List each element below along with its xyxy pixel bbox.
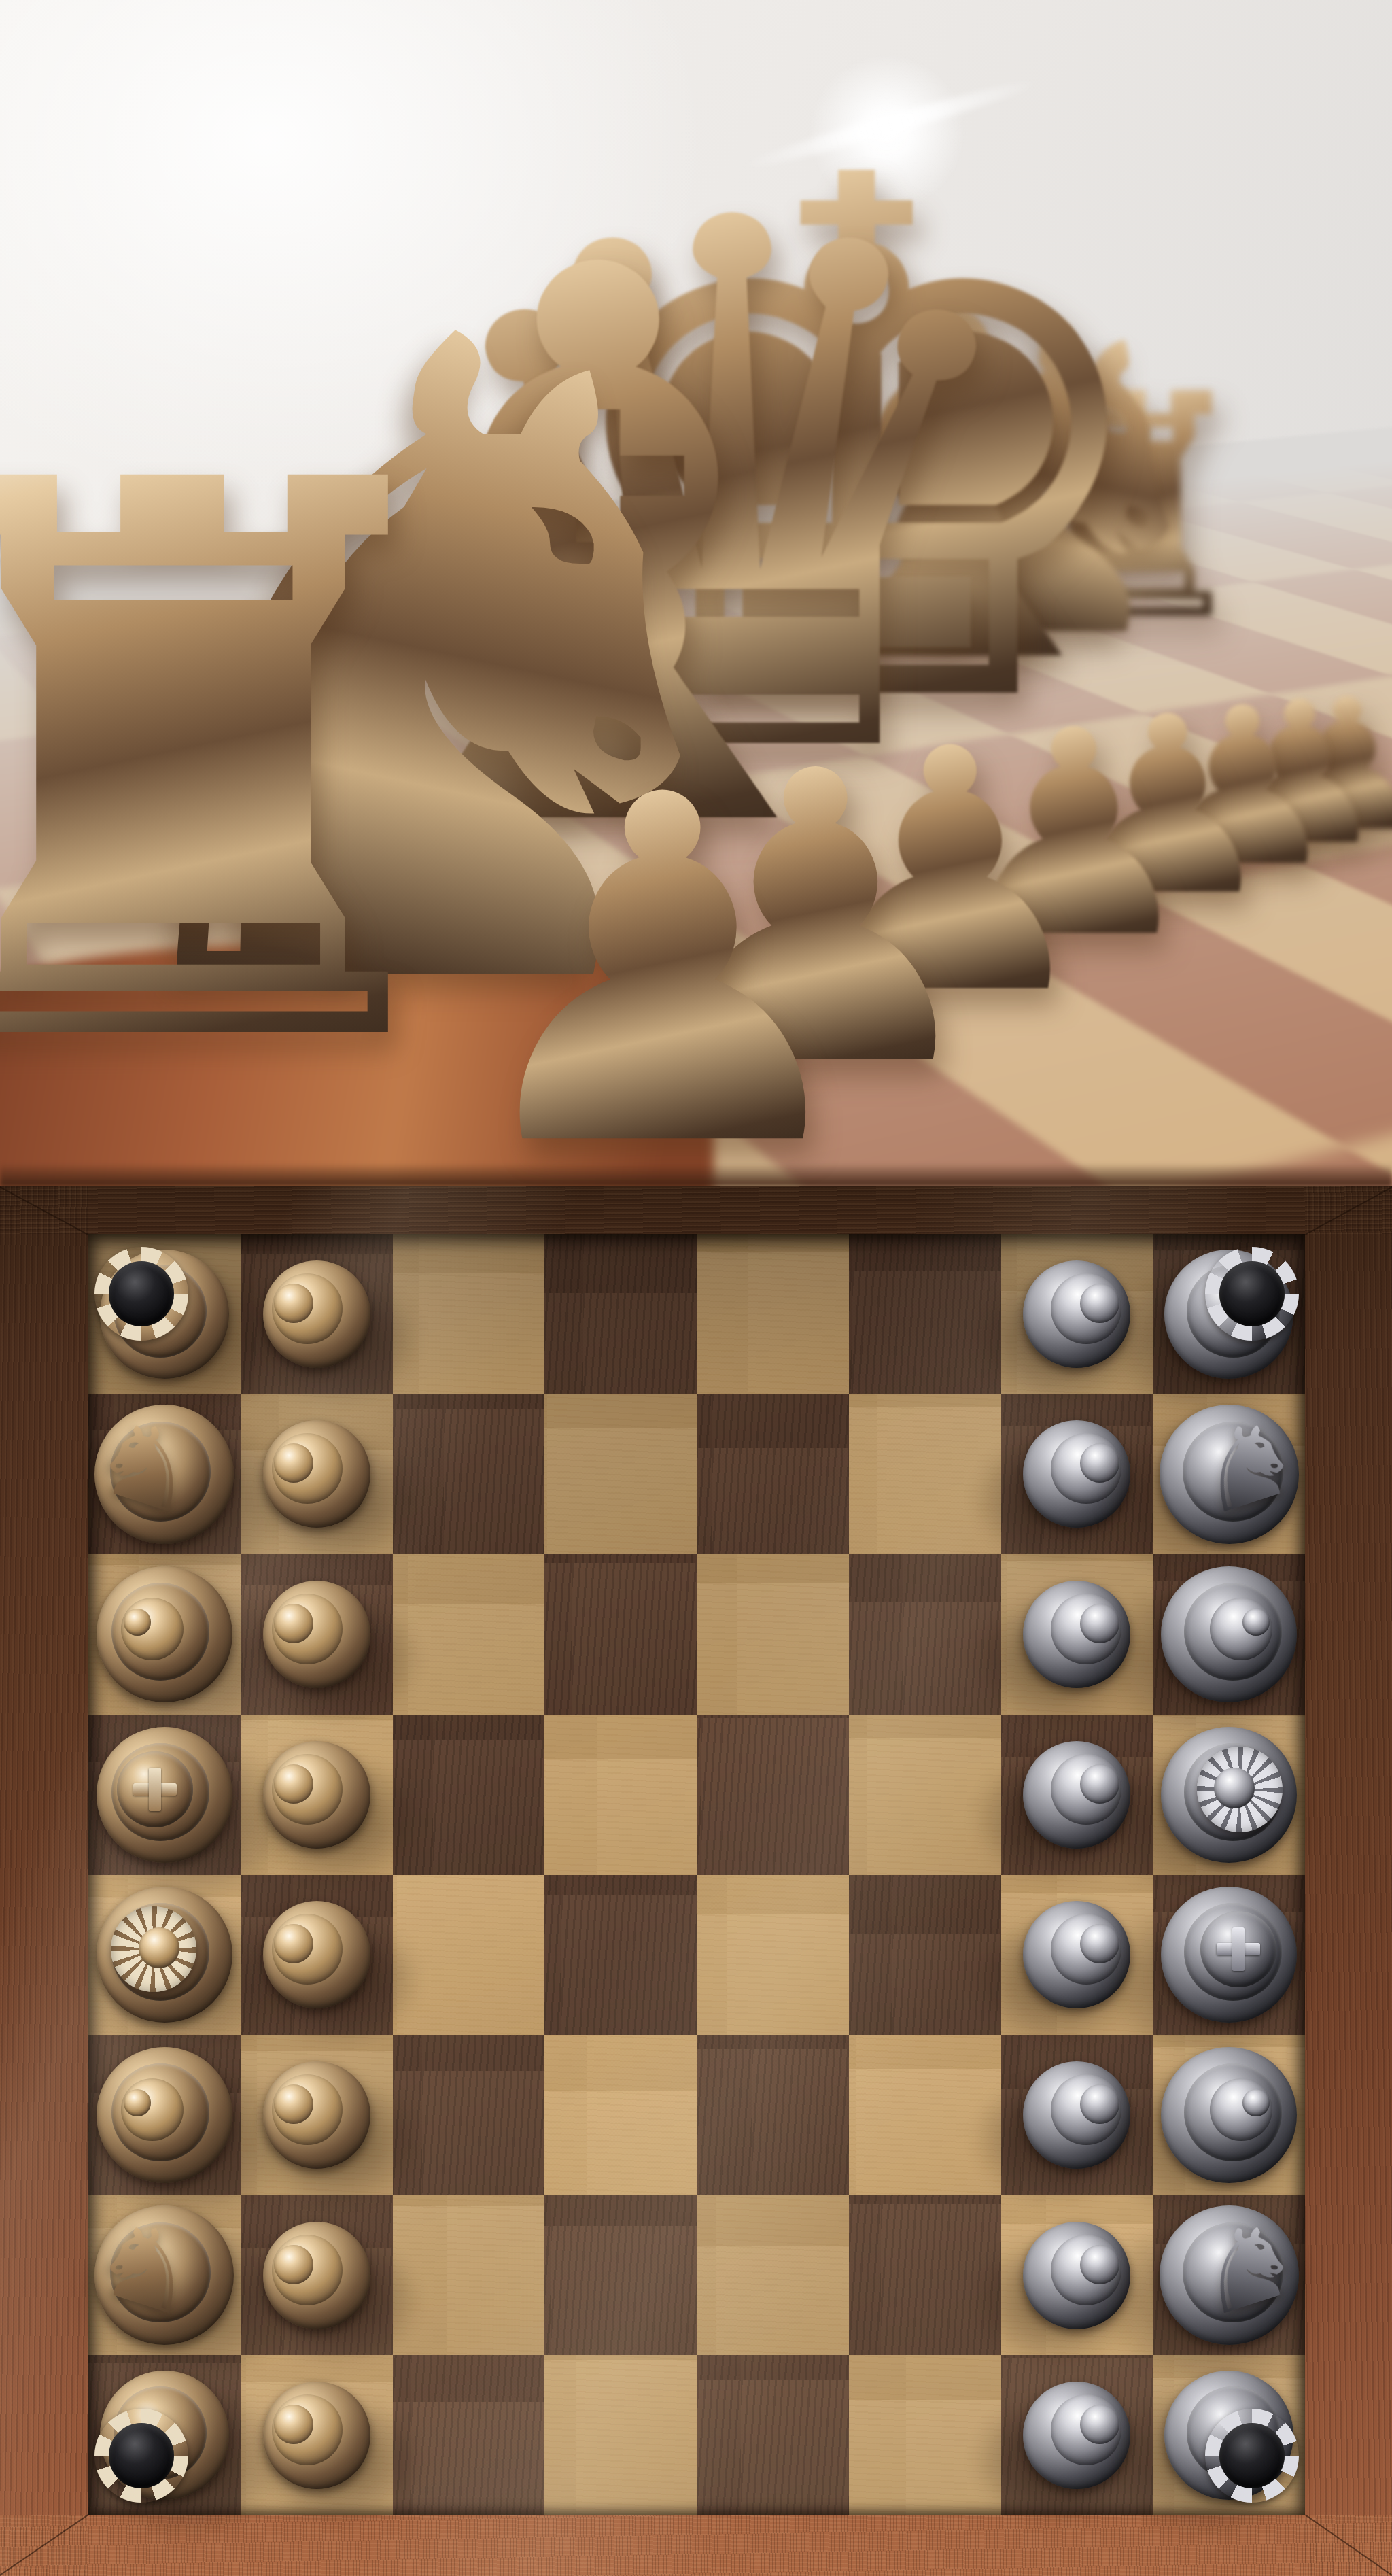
square-f4[interactable] [544,1554,697,1715]
overhead-section: ♞♞♞♞ [0,1186,1392,2576]
square-a8[interactable] [1153,2355,1305,2515]
frame-miter-tr [1305,1186,1392,1235]
square-d7[interactable] [1001,1875,1153,2036]
square-h6[interactable] [849,1234,1001,1394]
photo-white-pawn: ♟ [449,754,876,1186]
frame-miter-tl [0,1186,88,1235]
square-f7[interactable] [1001,1554,1153,1715]
square-c1[interactable] [88,2035,241,2195]
frame-bottom [0,2515,1392,2576]
chess-board [88,1234,1305,2515]
frame-miter-br [1305,2514,1392,2576]
square-a3[interactable] [393,2355,545,2515]
square-c8[interactable] [1153,2035,1305,2195]
square-b6[interactable] [849,2195,1001,2356]
square-g1[interactable] [88,1394,241,1555]
square-d5[interactable] [697,1875,849,2036]
square-h3[interactable] [393,1234,545,1394]
square-f6[interactable] [849,1554,1001,1715]
square-a2[interactable] [241,2355,393,2515]
square-d6[interactable] [849,1875,1001,2036]
square-f8[interactable] [1153,1554,1305,1715]
square-d4[interactable] [544,1875,697,2036]
square-f5[interactable] [697,1554,849,1715]
square-c3[interactable] [393,2035,545,2195]
square-b3[interactable] [393,2195,545,2356]
square-a4[interactable] [544,2355,697,2515]
square-a5[interactable] [697,2355,849,2515]
square-e7[interactable] [1001,1715,1153,1875]
square-h4[interactable] [544,1234,697,1394]
square-c7[interactable] [1001,2035,1153,2195]
square-b7[interactable] [1001,2195,1153,2356]
square-d2[interactable] [241,1875,393,2036]
square-d3[interactable] [393,1875,545,2036]
square-g8[interactable] [1153,1394,1305,1555]
square-c4[interactable] [544,2035,697,2195]
square-c2[interactable] [241,2035,393,2195]
square-b8[interactable] [1153,2195,1305,2356]
square-e6[interactable] [849,1715,1001,1875]
frame-miter-bl [0,2514,88,2576]
square-e2[interactable] [241,1715,393,1875]
square-g2[interactable] [241,1394,393,1555]
square-h5[interactable] [697,1234,849,1394]
square-c5[interactable] [697,2035,849,2195]
square-b4[interactable] [544,2195,697,2356]
square-h7[interactable] [1001,1234,1153,1394]
square-e1[interactable] [88,1715,241,1875]
square-d1[interactable] [88,1875,241,2036]
square-b1[interactable] [88,2195,241,2356]
square-g4[interactable] [544,1394,697,1555]
square-f1[interactable] [88,1554,241,1715]
frame-top [0,1186,1392,1234]
photo-white-rook: ♜ [0,416,515,1118]
square-d8[interactable] [1153,1875,1305,2036]
photo-section: ♜♞♝♛♚♝♞♜♟♟♟♟♟♟♟♟ [0,0,1392,1186]
square-a1[interactable] [88,2355,241,2515]
square-g3[interactable] [393,1394,545,1555]
square-e3[interactable] [393,1715,545,1875]
square-c6[interactable] [849,2035,1001,2195]
square-f3[interactable] [393,1554,545,1715]
square-h8[interactable] [1153,1234,1305,1394]
square-g5[interactable] [697,1394,849,1555]
square-f2[interactable] [241,1554,393,1715]
square-e4[interactable] [544,1715,697,1875]
square-g7[interactable] [1001,1394,1153,1555]
square-e8[interactable] [1153,1715,1305,1875]
square-g6[interactable] [849,1394,1001,1555]
square-e5[interactable] [697,1715,849,1875]
square-h2[interactable] [241,1234,393,1394]
square-h1[interactable] [88,1234,241,1394]
square-a7[interactable] [1001,2355,1153,2515]
frame-right [1305,1186,1392,2576]
square-b5[interactable] [697,2195,849,2356]
square-b2[interactable] [241,2195,393,2356]
frame-left [0,1186,88,2576]
screenshot-root: ♜♞♝♛♚♝♞♜♟♟♟♟♟♟♟♟ ♞♞♞♞ [0,0,1392,2576]
square-a6[interactable] [849,2355,1001,2515]
